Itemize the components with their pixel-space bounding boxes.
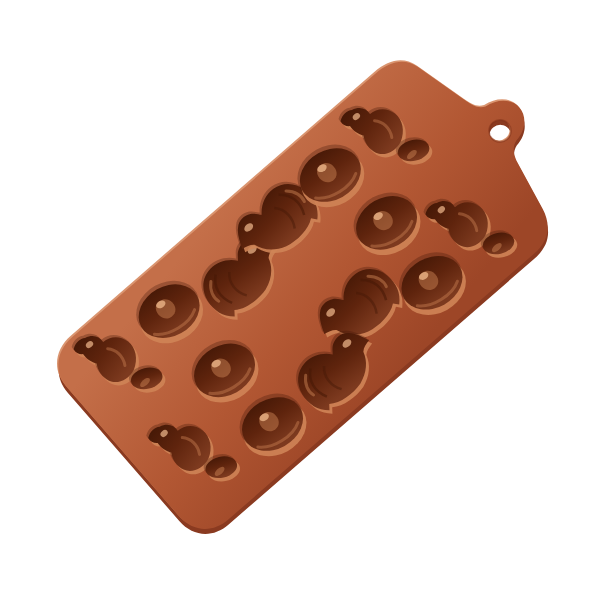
chocolate-mold-photo — [0, 0, 600, 600]
mold-body — [44, 17, 598, 543]
silicone-mold — [41, 15, 600, 547]
product-photo — [0, 0, 600, 600]
